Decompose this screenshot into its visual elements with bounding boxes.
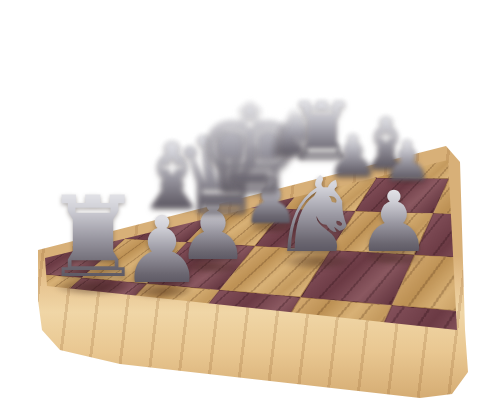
piece-pawn-h5[interactable]: ♟: [382, 133, 432, 189]
piece-layer: ♜♟♟♟♞♟♝♛♚♞♜♟♝♟: [0, 0, 500, 400]
photo-stage: ♜♟♟♟♞♟♝♛♚♞♜♟♝♟: [0, 0, 500, 400]
